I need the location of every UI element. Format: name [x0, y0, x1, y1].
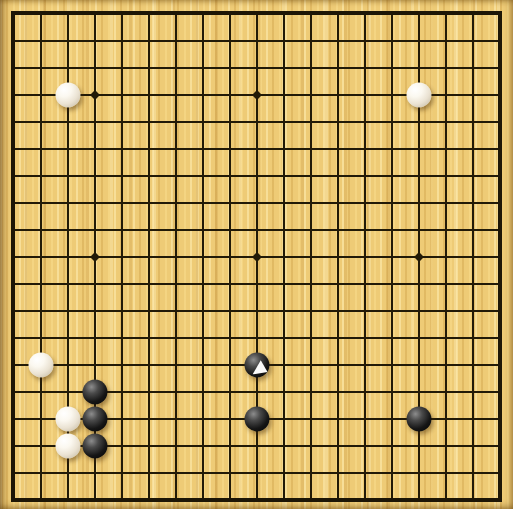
- white-stone-b6[interactable]: [28, 352, 53, 377]
- white-stone-c4[interactable]: [55, 406, 80, 431]
- white-stone-q16[interactable]: [406, 82, 431, 107]
- black-stone-d3[interactable]: [82, 433, 107, 458]
- white-stone-c3[interactable]: [55, 433, 80, 458]
- black-stone-k4[interactable]: [244, 406, 269, 431]
- white-stone-c16[interactable]: [55, 82, 80, 107]
- go-board[interactable]: [0, 0, 513, 509]
- black-stone-d4[interactable]: [82, 406, 107, 431]
- black-stone-q4[interactable]: [406, 406, 431, 431]
- black-stone-d5[interactable]: [82, 379, 107, 404]
- last-move-triangle-icon: [244, 352, 269, 377]
- black-stone-k6[interactable]: [244, 352, 269, 377]
